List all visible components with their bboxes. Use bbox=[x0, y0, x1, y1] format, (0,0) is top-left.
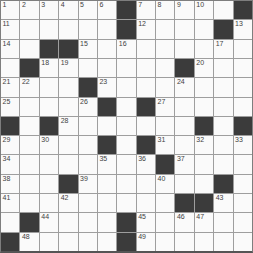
white-cell[interactable] bbox=[79, 155, 97, 173]
clue-number: 10 bbox=[196, 1, 204, 9]
white-cell[interactable]: 27 bbox=[156, 98, 174, 116]
clue-number: 26 bbox=[80, 98, 88, 106]
black-cell bbox=[59, 175, 77, 193]
white-cell[interactable] bbox=[156, 194, 174, 212]
white-cell[interactable] bbox=[195, 233, 213, 251]
white-cell[interactable]: 28 bbox=[59, 117, 77, 135]
clue-number: 17 bbox=[216, 40, 224, 48]
clue-number: 29 bbox=[3, 136, 11, 144]
clue-number: 9 bbox=[177, 1, 181, 9]
white-cell[interactable] bbox=[117, 59, 135, 77]
white-cell[interactable]: 1 bbox=[1, 1, 19, 19]
white-cell[interactable]: 16 bbox=[117, 40, 135, 58]
white-cell[interactable] bbox=[156, 20, 174, 38]
clue-number: 18 bbox=[41, 59, 49, 67]
black-cell bbox=[195, 194, 213, 212]
black-cell bbox=[117, 1, 135, 19]
white-cell[interactable] bbox=[175, 40, 193, 58]
white-cell[interactable]: 18 bbox=[40, 59, 58, 77]
black-cell bbox=[234, 1, 252, 19]
white-cell[interactable] bbox=[40, 20, 58, 38]
black-cell bbox=[98, 136, 116, 154]
clue-number: 15 bbox=[80, 40, 88, 48]
white-cell[interactable]: 22 bbox=[20, 78, 38, 96]
white-cell[interactable]: 39 bbox=[79, 175, 97, 193]
white-cell[interactable] bbox=[79, 194, 97, 212]
black-cell bbox=[175, 59, 193, 77]
white-cell[interactable] bbox=[79, 213, 97, 231]
white-cell[interactable] bbox=[214, 98, 232, 116]
white-cell[interactable] bbox=[98, 117, 116, 135]
white-cell[interactable] bbox=[195, 40, 213, 58]
clue-number: 47 bbox=[196, 213, 204, 221]
black-cell bbox=[137, 136, 155, 154]
white-cell[interactable] bbox=[214, 136, 232, 154]
white-cell[interactable] bbox=[234, 233, 252, 251]
white-cell[interactable] bbox=[137, 194, 155, 212]
white-cell[interactable] bbox=[234, 155, 252, 173]
white-cell[interactable]: 9 bbox=[175, 1, 193, 19]
clue-number: 8 bbox=[158, 1, 162, 9]
white-cell[interactable]: 35 bbox=[98, 155, 116, 173]
white-cell[interactable] bbox=[234, 175, 252, 193]
black-cell bbox=[40, 40, 58, 58]
white-cell[interactable] bbox=[156, 233, 174, 251]
white-cell[interactable]: 37 bbox=[175, 155, 193, 173]
white-cell[interactable]: 24 bbox=[175, 78, 193, 96]
white-cell[interactable] bbox=[98, 20, 116, 38]
white-cell[interactable]: 32 bbox=[195, 136, 213, 154]
clue-number: 35 bbox=[99, 155, 107, 163]
black-cell bbox=[40, 117, 58, 135]
white-cell[interactable] bbox=[234, 40, 252, 58]
white-cell[interactable]: 8 bbox=[156, 1, 174, 19]
black-cell bbox=[117, 233, 135, 251]
black-cell bbox=[20, 213, 38, 231]
white-cell[interactable] bbox=[40, 155, 58, 173]
clue-number: 3 bbox=[41, 1, 45, 9]
white-cell[interactable]: 34 bbox=[1, 155, 19, 173]
clue-number: 41 bbox=[3, 194, 11, 202]
white-cell[interactable] bbox=[98, 59, 116, 77]
white-cell[interactable] bbox=[214, 117, 232, 135]
white-cell[interactable]: 45 bbox=[137, 213, 155, 231]
white-cell[interactable] bbox=[234, 98, 252, 116]
clue-number: 33 bbox=[235, 136, 243, 144]
white-cell[interactable]: 13 bbox=[234, 20, 252, 38]
white-cell[interactable]: 17 bbox=[214, 40, 232, 58]
white-cell[interactable] bbox=[79, 136, 97, 154]
white-cell[interactable] bbox=[59, 78, 77, 96]
clue-number: 31 bbox=[158, 136, 166, 144]
white-cell[interactable] bbox=[20, 155, 38, 173]
white-cell[interactable]: 47 bbox=[195, 213, 213, 231]
white-cell[interactable] bbox=[156, 78, 174, 96]
black-cell bbox=[20, 59, 38, 77]
clue-number: 44 bbox=[41, 213, 49, 221]
white-cell[interactable] bbox=[175, 175, 193, 193]
white-cell[interactable] bbox=[98, 233, 116, 251]
white-cell[interactable] bbox=[195, 20, 213, 38]
black-cell bbox=[137, 98, 155, 116]
white-cell[interactable] bbox=[79, 233, 97, 251]
clue-number: 21 bbox=[3, 78, 11, 86]
black-cell bbox=[117, 213, 135, 231]
white-cell[interactable] bbox=[59, 155, 77, 173]
white-cell[interactable]: 20 bbox=[195, 59, 213, 77]
white-cell[interactable]: 10 bbox=[195, 1, 213, 19]
clue-number: 7 bbox=[138, 1, 142, 9]
clue-number: 28 bbox=[61, 117, 69, 125]
white-cell[interactable] bbox=[40, 233, 58, 251]
white-cell[interactable]: 36 bbox=[137, 155, 155, 173]
black-cell bbox=[79, 78, 97, 96]
white-cell[interactable]: 14 bbox=[1, 40, 19, 58]
white-cell[interactable] bbox=[195, 175, 213, 193]
white-cell[interactable] bbox=[98, 40, 116, 58]
white-cell[interactable]: 33 bbox=[234, 136, 252, 154]
black-cell bbox=[175, 194, 193, 212]
clue-number: 27 bbox=[158, 98, 166, 106]
white-cell[interactable] bbox=[20, 175, 38, 193]
white-cell[interactable] bbox=[1, 213, 19, 231]
white-cell[interactable] bbox=[234, 78, 252, 96]
clue-number: 32 bbox=[196, 136, 204, 144]
clue-number: 42 bbox=[61, 194, 69, 202]
clue-number: 2 bbox=[22, 1, 26, 9]
black-cell bbox=[117, 20, 135, 38]
clue-number: 20 bbox=[196, 59, 204, 67]
white-cell[interactable] bbox=[117, 194, 135, 212]
white-cell[interactable]: 26 bbox=[79, 98, 97, 116]
white-cell[interactable] bbox=[137, 117, 155, 135]
white-cell[interactable] bbox=[40, 175, 58, 193]
clue-number: 22 bbox=[22, 78, 30, 86]
white-cell[interactable]: 2 bbox=[20, 1, 38, 19]
black-cell bbox=[214, 175, 232, 193]
black-cell bbox=[156, 155, 174, 173]
white-cell[interactable]: 48 bbox=[20, 233, 38, 251]
white-cell[interactable] bbox=[79, 117, 97, 135]
clue-number: 25 bbox=[3, 98, 11, 106]
white-cell[interactable]: 7 bbox=[137, 1, 155, 19]
clue-number: 30 bbox=[41, 136, 49, 144]
black-cell bbox=[234, 117, 252, 135]
clue-number: 19 bbox=[61, 59, 69, 67]
white-cell[interactable] bbox=[195, 98, 213, 116]
white-cell[interactable] bbox=[40, 194, 58, 212]
white-cell[interactable]: 43 bbox=[214, 194, 232, 212]
white-cell[interactable] bbox=[234, 194, 252, 212]
white-cell[interactable] bbox=[214, 155, 232, 173]
clue-number: 23 bbox=[99, 78, 107, 86]
white-cell[interactable] bbox=[20, 194, 38, 212]
white-cell[interactable]: 12 bbox=[137, 20, 155, 38]
white-cell[interactable]: 29 bbox=[1, 136, 19, 154]
white-cell[interactable] bbox=[175, 20, 193, 38]
white-cell[interactable]: 6 bbox=[98, 1, 116, 19]
white-cell[interactable] bbox=[20, 117, 38, 135]
white-cell[interactable] bbox=[59, 233, 77, 251]
white-cell[interactable] bbox=[234, 59, 252, 77]
white-cell[interactable]: 46 bbox=[175, 213, 193, 231]
white-cell[interactable] bbox=[137, 78, 155, 96]
white-cell[interactable] bbox=[117, 98, 135, 116]
clue-number: 49 bbox=[138, 233, 146, 241]
white-cell[interactable]: 30 bbox=[40, 136, 58, 154]
white-cell[interactable]: 41 bbox=[1, 194, 19, 212]
white-cell[interactable] bbox=[156, 59, 174, 77]
white-cell[interactable]: 38 bbox=[1, 175, 19, 193]
clue-number: 4 bbox=[61, 1, 65, 9]
clue-number: 40 bbox=[158, 175, 166, 183]
black-cell bbox=[1, 233, 19, 251]
white-cell[interactable] bbox=[59, 213, 77, 231]
clue-number: 12 bbox=[138, 20, 146, 28]
white-cell[interactable] bbox=[175, 233, 193, 251]
white-cell[interactable]: 15 bbox=[79, 40, 97, 58]
black-cell bbox=[1, 117, 19, 135]
white-cell[interactable] bbox=[156, 40, 174, 58]
white-cell[interactable] bbox=[98, 213, 116, 231]
white-cell[interactable]: 11 bbox=[1, 20, 19, 38]
white-cell[interactable] bbox=[20, 136, 38, 154]
white-cell[interactable] bbox=[175, 117, 193, 135]
white-cell[interactable] bbox=[98, 175, 116, 193]
clue-number: 16 bbox=[119, 40, 127, 48]
clue-number: 5 bbox=[80, 1, 84, 9]
clue-number: 1 bbox=[3, 1, 7, 9]
clue-number: 43 bbox=[216, 194, 224, 202]
clue-number: 24 bbox=[177, 78, 185, 86]
clue-number: 34 bbox=[3, 155, 11, 163]
white-cell[interactable] bbox=[40, 98, 58, 116]
white-cell[interactable] bbox=[156, 213, 174, 231]
white-cell[interactable] bbox=[117, 136, 135, 154]
clue-number: 48 bbox=[22, 233, 30, 241]
black-cell bbox=[59, 40, 77, 58]
white-cell[interactable] bbox=[137, 175, 155, 193]
white-cell[interactable] bbox=[59, 98, 77, 116]
white-cell[interactable] bbox=[175, 136, 193, 154]
white-cell[interactable]: 40 bbox=[156, 175, 174, 193]
white-cell[interactable]: 3 bbox=[40, 1, 58, 19]
white-cell[interactable]: 21 bbox=[1, 78, 19, 96]
white-cell[interactable] bbox=[214, 233, 232, 251]
clue-number: 14 bbox=[3, 40, 11, 48]
white-cell[interactable] bbox=[117, 117, 135, 135]
black-cell bbox=[98, 98, 116, 116]
white-cell[interactable]: 42 bbox=[59, 194, 77, 212]
white-cell[interactable] bbox=[59, 136, 77, 154]
white-cell[interactable] bbox=[214, 1, 232, 19]
crossword-grid: 1234567891011121314151617181920212223242… bbox=[0, 0, 253, 253]
white-cell[interactable] bbox=[195, 78, 213, 96]
white-cell[interactable]: 25 bbox=[1, 98, 19, 116]
white-cell[interactable] bbox=[40, 78, 58, 96]
white-cell[interactable] bbox=[1, 59, 19, 77]
white-cell[interactable] bbox=[59, 20, 77, 38]
clue-number: 45 bbox=[138, 213, 146, 221]
white-cell[interactable] bbox=[137, 59, 155, 77]
white-cell[interactable] bbox=[214, 59, 232, 77]
white-cell[interactable] bbox=[20, 20, 38, 38]
white-cell[interactable]: 44 bbox=[40, 213, 58, 231]
white-cell[interactable]: 49 bbox=[137, 233, 155, 251]
white-cell[interactable]: 23 bbox=[98, 78, 116, 96]
black-cell bbox=[214, 20, 232, 38]
white-cell[interactable]: 4 bbox=[59, 1, 77, 19]
white-cell[interactable] bbox=[79, 59, 97, 77]
clue-number: 38 bbox=[3, 175, 11, 183]
clue-number: 6 bbox=[99, 1, 103, 9]
clue-number: 37 bbox=[177, 155, 185, 163]
white-cell[interactable] bbox=[195, 155, 213, 173]
white-cell[interactable]: 19 bbox=[59, 59, 77, 77]
white-cell[interactable] bbox=[98, 194, 116, 212]
clue-number: 39 bbox=[80, 175, 88, 183]
white-cell[interactable]: 5 bbox=[79, 1, 97, 19]
white-cell[interactable] bbox=[117, 175, 135, 193]
white-cell[interactable] bbox=[175, 98, 193, 116]
white-cell[interactable] bbox=[137, 40, 155, 58]
white-cell[interactable] bbox=[214, 213, 232, 231]
clue-number: 13 bbox=[235, 20, 243, 28]
white-cell[interactable] bbox=[20, 40, 38, 58]
white-cell[interactable] bbox=[79, 20, 97, 38]
white-cell[interactable]: 31 bbox=[156, 136, 174, 154]
white-cell[interactable] bbox=[117, 155, 135, 173]
black-cell bbox=[195, 117, 213, 135]
clue-number: 36 bbox=[138, 155, 146, 163]
clue-number: 46 bbox=[177, 213, 185, 221]
white-cell[interactable] bbox=[214, 78, 232, 96]
white-cell[interactable] bbox=[156, 117, 174, 135]
white-cell[interactable] bbox=[20, 98, 38, 116]
clue-number: 11 bbox=[3, 20, 10, 28]
white-cell[interactable] bbox=[117, 78, 135, 96]
white-cell[interactable] bbox=[234, 213, 252, 231]
